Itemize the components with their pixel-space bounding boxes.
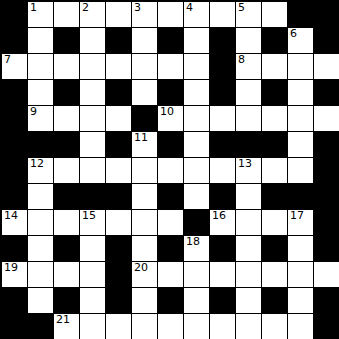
white-cell-r8c6[interactable] xyxy=(158,210,183,235)
black-cell-r1c0 xyxy=(2,28,27,53)
black-cell-r0c12 xyxy=(314,2,339,27)
white-cell-r12c7[interactable] xyxy=(184,314,209,339)
white-cell-r8c3[interactable]: 15 xyxy=(80,210,105,235)
white-cell-r6c8[interactable] xyxy=(210,158,235,183)
black-cell-r9c4 xyxy=(106,236,131,261)
white-cell-r2c11[interactable] xyxy=(288,54,313,79)
white-cell-r10c9[interactable] xyxy=(236,262,261,287)
white-cell-r4c8[interactable] xyxy=(210,106,235,131)
white-cell-r4c6[interactable]: 10 xyxy=(158,106,183,131)
white-cell-r0c1[interactable]: 1 xyxy=(28,2,53,27)
clue-number-2: 2 xyxy=(82,2,89,13)
clue-number-12: 12 xyxy=(30,158,44,169)
white-cell-r1c5[interactable] xyxy=(132,28,157,53)
white-cell-r12c11[interactable] xyxy=(288,314,313,339)
white-cell-r0c10[interactable] xyxy=(262,2,287,27)
white-cell-r10c11[interactable] xyxy=(288,262,313,287)
white-cell-r6c2[interactable] xyxy=(54,158,79,183)
black-cell-r11c4 xyxy=(106,288,131,313)
clue-number-13: 13 xyxy=(238,158,252,169)
white-cell-r12c9[interactable] xyxy=(236,314,261,339)
white-cell-r4c10[interactable] xyxy=(262,106,287,131)
white-cell-r12c6[interactable] xyxy=(158,314,183,339)
white-cell-r2c12[interactable] xyxy=(314,54,339,79)
white-cell-r4c11[interactable] xyxy=(288,106,313,131)
white-cell-r8c9[interactable] xyxy=(236,210,261,235)
white-cell-r1c3[interactable] xyxy=(80,28,105,53)
black-cell-r3c12 xyxy=(314,80,339,105)
white-cell-r10c5[interactable]: 20 xyxy=(132,262,157,287)
white-cell-r2c6[interactable] xyxy=(158,54,183,79)
white-cell-r4c9[interactable] xyxy=(236,106,261,131)
white-cell-r4c12[interactable] xyxy=(314,106,339,131)
white-cell-r0c8[interactable] xyxy=(210,2,235,27)
white-cell-r5c3[interactable] xyxy=(80,132,105,157)
white-cell-r0c5[interactable]: 3 xyxy=(132,2,157,27)
white-cell-r2c0[interactable]: 7 xyxy=(2,54,27,79)
white-cell-r8c4[interactable] xyxy=(106,210,131,235)
clue-number-3: 3 xyxy=(134,2,141,13)
white-cell-r2c1[interactable] xyxy=(28,54,53,79)
clue-number-8: 8 xyxy=(238,54,245,65)
black-cell-r5c0 xyxy=(2,132,27,157)
crossword-grid: 123456789101112131415161718192021 xyxy=(0,0,339,339)
white-cell-r1c9[interactable] xyxy=(236,28,261,53)
black-cell-r11c8 xyxy=(210,288,235,313)
black-cell-r9c2 xyxy=(54,236,79,261)
white-cell-r2c2[interactable] xyxy=(54,54,79,79)
white-cell-r6c7[interactable] xyxy=(184,158,209,183)
white-cell-r11c7[interactable] xyxy=(184,288,209,313)
white-cell-r12c3[interactable] xyxy=(80,314,105,339)
white-cell-r2c7[interactable] xyxy=(184,54,209,79)
black-cell-r7c12 xyxy=(314,184,339,209)
clue-number-10: 10 xyxy=(160,106,174,117)
clue-number-18: 18 xyxy=(186,236,200,247)
black-cell-r5c6 xyxy=(158,132,183,157)
white-cell-r2c4[interactable] xyxy=(106,54,131,79)
white-cell-r6c3[interactable] xyxy=(80,158,105,183)
white-cell-r0c6[interactable] xyxy=(158,2,183,27)
white-cell-r2c10[interactable] xyxy=(262,54,287,79)
black-cell-r5c8 xyxy=(210,132,235,157)
white-cell-r11c9[interactable] xyxy=(236,288,261,313)
white-cell-r6c4[interactable] xyxy=(106,158,131,183)
white-cell-r12c5[interactable] xyxy=(132,314,157,339)
black-cell-r5c4 xyxy=(106,132,131,157)
white-cell-r9c5[interactable] xyxy=(132,236,157,261)
white-cell-r4c7[interactable] xyxy=(184,106,209,131)
white-cell-r4c3[interactable] xyxy=(80,106,105,131)
black-cell-r11c10 xyxy=(262,288,287,313)
white-cell-r11c5[interactable] xyxy=(132,288,157,313)
black-cell-r4c5 xyxy=(132,106,157,131)
white-cell-r2c3[interactable] xyxy=(80,54,105,79)
black-cell-r9c8 xyxy=(210,236,235,261)
white-cell-r9c11[interactable] xyxy=(288,236,313,261)
white-cell-r11c1[interactable] xyxy=(28,288,53,313)
clue-number-7: 7 xyxy=(4,54,11,65)
clue-number-14: 14 xyxy=(4,210,18,221)
black-cell-r3c0 xyxy=(2,80,27,105)
white-cell-r1c7[interactable] xyxy=(184,28,209,53)
white-cell-r2c9[interactable]: 8 xyxy=(236,54,261,79)
white-cell-r8c8[interactable]: 16 xyxy=(210,210,235,235)
black-cell-r10c4 xyxy=(106,262,131,287)
white-cell-r0c4[interactable] xyxy=(106,2,131,27)
white-cell-r6c6[interactable] xyxy=(158,158,183,183)
white-cell-r10c1[interactable] xyxy=(28,262,53,287)
white-cell-r4c1[interactable]: 9 xyxy=(28,106,53,131)
white-cell-r11c11[interactable] xyxy=(288,288,313,313)
white-cell-r11c3[interactable] xyxy=(80,288,105,313)
black-cell-r4c0 xyxy=(2,106,27,131)
black-cell-r11c12 xyxy=(314,288,339,313)
black-cell-r7c6 xyxy=(158,184,183,209)
white-cell-r9c1[interactable] xyxy=(28,236,53,261)
black-cell-r7c10 xyxy=(262,184,287,209)
clue-number-1: 1 xyxy=(30,2,37,13)
white-cell-r8c1[interactable] xyxy=(28,210,53,235)
black-cell-r1c4 xyxy=(106,28,131,53)
white-cell-r0c9[interactable]: 5 xyxy=(236,2,261,27)
black-cell-r3c2 xyxy=(54,80,79,105)
black-cell-r3c10 xyxy=(262,80,287,105)
black-cell-r3c8 xyxy=(210,80,235,105)
black-cell-r7c8 xyxy=(210,184,235,209)
white-cell-r0c3[interactable]: 2 xyxy=(80,2,105,27)
white-cell-r7c9[interactable] xyxy=(236,184,261,209)
black-cell-r11c0 xyxy=(2,288,27,313)
white-cell-r6c5[interactable] xyxy=(132,158,157,183)
white-cell-r10c3[interactable] xyxy=(80,262,105,287)
white-cell-r6c11[interactable] xyxy=(288,158,313,183)
clue-number-6: 6 xyxy=(290,28,297,39)
black-cell-r1c8 xyxy=(210,28,235,53)
black-cell-r1c2 xyxy=(54,28,79,53)
white-cell-r3c7[interactable] xyxy=(184,80,209,105)
black-cell-r1c10 xyxy=(262,28,287,53)
white-cell-r3c3[interactable] xyxy=(80,80,105,105)
white-cell-r10c0[interactable]: 19 xyxy=(2,262,27,287)
white-cell-r5c7[interactable] xyxy=(184,132,209,157)
black-cell-r7c2 xyxy=(54,184,79,209)
white-cell-r10c12[interactable] xyxy=(314,262,339,287)
white-cell-r3c11[interactable] xyxy=(288,80,313,105)
white-cell-r7c7[interactable] xyxy=(184,184,209,209)
white-cell-r6c9[interactable]: 13 xyxy=(236,158,261,183)
black-cell-r9c12 xyxy=(314,236,339,261)
white-cell-r7c1[interactable] xyxy=(28,184,53,209)
white-cell-r8c0[interactable]: 14 xyxy=(2,210,27,235)
white-cell-r10c7[interactable] xyxy=(184,262,209,287)
white-cell-r8c10[interactable] xyxy=(262,210,287,235)
clue-number-17: 17 xyxy=(290,210,304,221)
black-cell-r1c6 xyxy=(158,28,183,53)
black-cell-r1c12 xyxy=(314,28,339,53)
white-cell-r0c2[interactable] xyxy=(54,2,79,27)
white-cell-r10c10[interactable] xyxy=(262,262,287,287)
clue-number-16: 16 xyxy=(212,210,226,221)
white-cell-r1c1[interactable] xyxy=(28,28,53,53)
black-cell-r11c6 xyxy=(158,288,183,313)
black-cell-r3c4 xyxy=(106,80,131,105)
clue-number-11: 11 xyxy=(134,132,148,143)
white-cell-r3c1[interactable] xyxy=(28,80,53,105)
black-cell-r11c2 xyxy=(54,288,79,313)
black-cell-r7c3 xyxy=(80,184,105,209)
black-cell-r5c9 xyxy=(236,132,261,157)
black-cell-r0c0 xyxy=(2,2,27,27)
black-cell-r5c12 xyxy=(314,132,339,157)
white-cell-r3c9[interactable] xyxy=(236,80,261,105)
white-cell-r4c2[interactable] xyxy=(54,106,79,131)
white-cell-r6c1[interactable]: 12 xyxy=(28,158,53,183)
white-cell-r3c5[interactable] xyxy=(132,80,157,105)
clue-number-9: 9 xyxy=(30,106,37,117)
black-cell-r12c1 xyxy=(28,314,53,339)
white-cell-r2c5[interactable] xyxy=(132,54,157,79)
white-cell-r0c7[interactable]: 4 xyxy=(184,2,209,27)
black-cell-r3c6 xyxy=(158,80,183,105)
white-cell-r4c4[interactable] xyxy=(106,106,131,131)
black-cell-r5c2 xyxy=(54,132,79,157)
black-cell-r5c1 xyxy=(28,132,53,157)
white-cell-r12c2[interactable]: 21 xyxy=(54,314,79,339)
clue-number-15: 15 xyxy=(82,210,96,221)
white-cell-r9c9[interactable] xyxy=(236,236,261,261)
white-cell-r12c10[interactable] xyxy=(262,314,287,339)
white-cell-r7c5[interactable] xyxy=(132,184,157,209)
black-cell-r7c4 xyxy=(106,184,131,209)
black-cell-r9c6 xyxy=(158,236,183,261)
black-cell-r9c10 xyxy=(262,236,287,261)
clue-number-20: 20 xyxy=(134,262,148,273)
black-cell-r6c12 xyxy=(314,158,339,183)
clue-number-19: 19 xyxy=(4,262,18,273)
white-cell-r6c10[interactable] xyxy=(262,158,287,183)
black-cell-r8c7 xyxy=(184,210,209,235)
black-cell-r8c12 xyxy=(314,210,339,235)
white-cell-r5c11[interactable] xyxy=(288,132,313,157)
black-cell-r7c0 xyxy=(2,184,27,209)
white-cell-r12c4[interactable] xyxy=(106,314,131,339)
white-cell-r10c8[interactable] xyxy=(210,262,235,287)
clue-number-21: 21 xyxy=(56,314,70,325)
black-cell-r5c10 xyxy=(262,132,287,157)
black-cell-r12c12 xyxy=(314,314,339,339)
white-cell-r8c5[interactable] xyxy=(132,210,157,235)
white-cell-r1c11[interactable]: 6 xyxy=(288,28,313,53)
white-cell-r5c5[interactable]: 11 xyxy=(132,132,157,157)
black-cell-r7c11 xyxy=(288,184,313,209)
clue-number-5: 5 xyxy=(238,2,245,13)
white-cell-r12c8[interactable] xyxy=(210,314,235,339)
white-cell-r10c6[interactable] xyxy=(158,262,183,287)
white-cell-r9c7[interactable]: 18 xyxy=(184,236,209,261)
black-cell-r12c0 xyxy=(2,314,27,339)
black-cell-r0c11 xyxy=(288,2,313,27)
black-cell-r6c0 xyxy=(2,158,27,183)
white-cell-r9c3[interactable] xyxy=(80,236,105,261)
black-cell-r9c0 xyxy=(2,236,27,261)
white-cell-r8c2[interactable] xyxy=(54,210,79,235)
white-cell-r8c11[interactable]: 17 xyxy=(288,210,313,235)
black-cell-r2c8 xyxy=(210,54,235,79)
white-cell-r10c2[interactable] xyxy=(54,262,79,287)
clue-number-4: 4 xyxy=(186,2,193,13)
